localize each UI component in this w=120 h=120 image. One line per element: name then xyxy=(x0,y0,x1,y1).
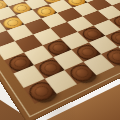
photo-of-checkers-board xyxy=(0,0,120,120)
